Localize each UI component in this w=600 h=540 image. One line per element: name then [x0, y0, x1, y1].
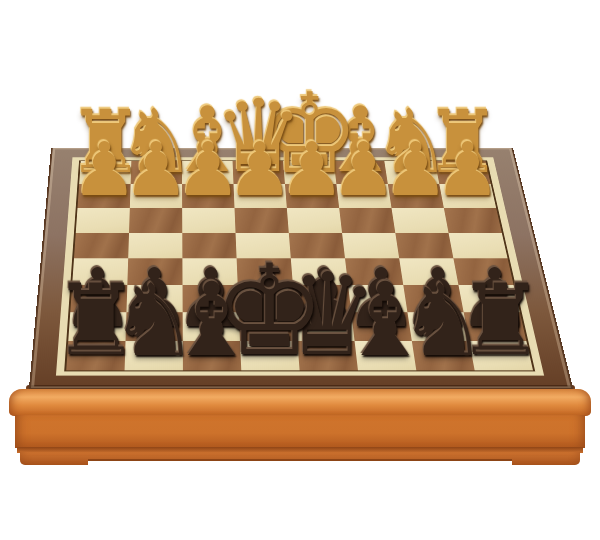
- board-base-top-molding: [9, 389, 591, 416]
- chess-piece-black-rook[interactable]: ♜: [47, 272, 145, 370]
- board-base-foot-notch: [88, 459, 512, 468]
- chess-set-photo: ♜♞♝♚♛♝♞♜♟♟♟♟♟♟♟♟♟♟♟♟♟♟♟♟♜♞♝♛♚♝♞♜: [0, 0, 600, 540]
- chess-piece-white-pawn[interactable]: ♟: [67, 133, 141, 207]
- board-base-face: [15, 415, 585, 448]
